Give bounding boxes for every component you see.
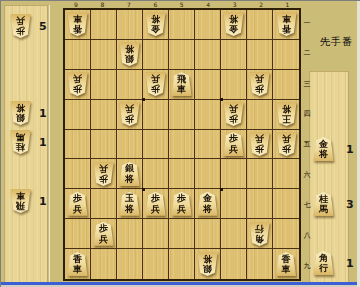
piece-gote[interactable]: 歩 兵 xyxy=(93,162,114,186)
square-8-1[interactable] xyxy=(91,10,117,40)
square-7-8[interactable] xyxy=(117,219,143,249)
piece-gote[interactable]: 香 車 xyxy=(276,12,297,36)
turn-indicator: 先手番 xyxy=(320,35,360,49)
rank-label-8: 八 xyxy=(302,231,312,239)
piece-kanji: 歩 兵 xyxy=(119,102,140,126)
sente-hand-count: 3 xyxy=(346,199,354,211)
square-4-1[interactable] xyxy=(195,10,221,40)
square-1-4[interactable]: 王 将 xyxy=(273,100,299,130)
piece-gote[interactable]: 歩 兵 xyxy=(223,102,244,126)
square-1-2[interactable] xyxy=(273,40,299,70)
square-2-7[interactable] xyxy=(247,189,273,219)
square-4-4[interactable] xyxy=(195,100,221,130)
square-6-3[interactable]: 歩 兵 xyxy=(143,70,169,100)
square-3-6[interactable] xyxy=(221,159,247,189)
file-label-1: 1 xyxy=(275,1,301,8)
square-6-4[interactable] xyxy=(143,100,169,130)
piece-kanji: 歩 兵 xyxy=(67,72,88,96)
file-label-3: 3 xyxy=(222,1,248,8)
square-2-1[interactable] xyxy=(247,10,273,40)
piece-kanji: 香 車 xyxy=(67,12,88,36)
square-1-5[interactable]: 歩 兵 xyxy=(273,130,299,160)
square-8-4[interactable] xyxy=(91,100,117,130)
star-point xyxy=(220,98,223,101)
square-5-8[interactable] xyxy=(169,219,195,249)
square-6-5[interactable] xyxy=(143,130,169,160)
rank-label-5: 五 xyxy=(302,140,312,148)
square-8-3[interactable] xyxy=(91,70,117,100)
square-5-7[interactable]: 歩 兵 xyxy=(169,189,195,219)
gote-hand-count: 1 xyxy=(39,137,47,149)
square-8-8[interactable]: 歩 兵 xyxy=(91,219,117,249)
piece-kanji: 歩 兵 xyxy=(10,14,31,38)
piece-sente[interactable]: 金 将 xyxy=(313,137,334,161)
file-label-4: 4 xyxy=(195,1,221,8)
square-3-3[interactable] xyxy=(221,70,247,100)
piece-kanji: 歩 兵 xyxy=(223,132,244,156)
square-8-6[interactable]: 歩 兵 xyxy=(91,159,117,189)
piece-kanji: 香 車 xyxy=(67,252,88,276)
file-label-2: 2 xyxy=(248,1,274,8)
square-6-7[interactable]: 歩 兵 xyxy=(143,189,169,219)
square-5-2[interactable] xyxy=(169,40,195,70)
square-9-1[interactable]: 香 車 xyxy=(65,10,91,40)
square-7-3[interactable] xyxy=(117,70,143,100)
piece-kanji: 銀 将 xyxy=(119,162,140,186)
square-3-4[interactable]: 歩 兵 xyxy=(221,100,247,130)
piece-kanji: 金 将 xyxy=(145,12,166,36)
square-1-1[interactable]: 香 車 xyxy=(273,10,299,40)
piece-gote[interactable]: 銀 将 xyxy=(10,101,31,125)
gote-hand-count: 5 xyxy=(39,21,47,33)
square-4-6[interactable] xyxy=(195,159,221,189)
square-7-2[interactable]: 銀 将 xyxy=(117,40,143,70)
piece-gote[interactable]: 桂 馬 xyxy=(10,130,31,154)
square-3-5[interactable]: 歩 兵 xyxy=(221,130,247,160)
piece-kanji: 桂 馬 xyxy=(313,192,334,216)
piece-kanji: 銀 将 xyxy=(197,252,218,276)
square-9-6[interactable] xyxy=(65,159,91,189)
piece-gote[interactable]: 角 行 xyxy=(249,222,270,246)
square-4-8[interactable] xyxy=(195,219,221,249)
rank-label-7: 七 xyxy=(302,201,312,209)
piece-kanji: 歩 兵 xyxy=(145,192,166,216)
square-5-6[interactable] xyxy=(169,159,195,189)
file-label-5: 5 xyxy=(169,1,195,8)
piece-kanji: 歩 兵 xyxy=(249,132,270,156)
square-3-9[interactable] xyxy=(221,249,247,279)
piece-gote[interactable]: 歩 兵 xyxy=(119,102,140,126)
square-9-8[interactable] xyxy=(65,219,91,249)
piece-kanji: 歩 兵 xyxy=(276,132,297,156)
gote-hand-piece[interactable]: 銀 将 xyxy=(10,101,31,125)
gote-hand-piece[interactable]: 桂 馬 xyxy=(10,130,31,154)
piece-kanji: 歩 兵 xyxy=(171,192,192,216)
square-1-6[interactable] xyxy=(273,159,299,189)
piece-gote[interactable]: 金 将 xyxy=(223,12,244,36)
square-9-3[interactable]: 歩 兵 xyxy=(65,70,91,100)
square-4-2[interactable] xyxy=(195,40,221,70)
gote-hand-piece[interactable]: 歩 兵 xyxy=(10,14,31,38)
square-5-9[interactable] xyxy=(169,249,195,279)
piece-gote[interactable]: 王 将 xyxy=(276,102,297,126)
sente-hand-piece[interactable]: 金 将 xyxy=(313,137,334,161)
square-6-1[interactable]: 金 将 xyxy=(143,10,169,40)
rank-label-2: 二 xyxy=(302,49,312,57)
piece-sente[interactable]: 歩 兵 xyxy=(93,222,114,246)
piece-gote[interactable]: 歩 兵 xyxy=(67,72,88,96)
piece-kanji: 飛 車 xyxy=(10,189,31,213)
square-9-4[interactable] xyxy=(65,100,91,130)
square-9-5[interactable] xyxy=(65,130,91,160)
square-9-9[interactable]: 香 車 xyxy=(65,249,91,279)
piece-kanji: 桂 馬 xyxy=(10,130,31,154)
file-label-6: 6 xyxy=(142,1,168,8)
piece-gote[interactable]: 歩 兵 xyxy=(145,72,166,96)
piece-sente[interactable]: 飛 車 xyxy=(171,72,192,96)
square-8-2[interactable] xyxy=(91,40,117,70)
piece-kanji: 銀 将 xyxy=(119,42,140,66)
square-6-2[interactable] xyxy=(143,40,169,70)
gote-hand-piece[interactable]: 飛 車 xyxy=(10,189,31,213)
square-1-7[interactable] xyxy=(273,189,299,219)
square-5-5[interactable] xyxy=(169,130,195,160)
piece-gote[interactable]: 香 車 xyxy=(67,12,88,36)
piece-kanji: 歩 兵 xyxy=(93,222,114,246)
piece-gote[interactable]: 歩 兵 xyxy=(249,72,270,96)
square-5-1[interactable] xyxy=(169,10,195,40)
piece-sente[interactable]: 歩 兵 xyxy=(145,192,166,216)
square-6-9[interactable] xyxy=(143,249,169,279)
piece-kanji: 金 将 xyxy=(223,12,244,36)
square-5-4[interactable] xyxy=(169,100,195,130)
square-2-4[interactable] xyxy=(247,100,273,130)
piece-gote[interactable]: 飛 車 xyxy=(10,189,31,213)
square-7-4[interactable]: 歩 兵 xyxy=(117,100,143,130)
square-2-3[interactable]: 歩 兵 xyxy=(247,70,273,100)
piece-kanji: 歩 兵 xyxy=(249,72,270,96)
square-7-7[interactable]: 玉 将 xyxy=(117,189,143,219)
gote-hand-count: 1 xyxy=(39,196,47,208)
sente-hand-count: 1 xyxy=(346,258,354,270)
square-3-2[interactable] xyxy=(221,40,247,70)
square-3-8[interactable] xyxy=(221,219,247,249)
square-4-9[interactable]: 銀 将 xyxy=(195,249,221,279)
piece-kanji: 歩 兵 xyxy=(145,72,166,96)
piece-kanji: 金 将 xyxy=(313,137,334,161)
square-6-6[interactable] xyxy=(143,159,169,189)
piece-kanji: 玉 将 xyxy=(119,192,140,216)
square-7-9[interactable] xyxy=(117,249,143,279)
square-5-3[interactable]: 飛 車 xyxy=(169,70,195,100)
sente-hand-piece[interactable]: 角 行 xyxy=(313,251,334,275)
piece-gote[interactable]: 銀 将 xyxy=(119,42,140,66)
rank-label-4: 四 xyxy=(302,110,312,118)
sente-hand-piece[interactable]: 桂 馬 xyxy=(313,192,334,216)
piece-kanji: 香 車 xyxy=(276,12,297,36)
square-2-2[interactable] xyxy=(247,40,273,70)
square-2-8[interactable]: 角 行 xyxy=(247,219,273,249)
piece-sente[interactable]: 銀 将 xyxy=(119,162,140,186)
square-6-8[interactable] xyxy=(143,219,169,249)
piece-sente[interactable]: 香 車 xyxy=(276,252,297,276)
square-9-2[interactable] xyxy=(65,40,91,70)
star-point xyxy=(142,188,145,191)
square-2-5[interactable]: 歩 兵 xyxy=(247,130,273,160)
square-3-1[interactable]: 金 将 xyxy=(221,10,247,40)
piece-kanji: 銀 将 xyxy=(10,101,31,125)
shogi-app-window: 香 車金 将金 将香 車銀 将歩 兵歩 兵飛 車歩 兵歩 兵歩 兵王 将歩 兵歩… xyxy=(0,0,360,287)
square-3-7[interactable] xyxy=(221,189,247,219)
piece-sente[interactable]: 桂 馬 xyxy=(313,192,334,216)
file-label-8: 8 xyxy=(89,1,115,8)
square-1-9[interactable]: 香 車 xyxy=(273,249,299,279)
piece-gote[interactable]: 歩 兵 xyxy=(249,132,270,156)
square-7-6[interactable]: 銀 将 xyxy=(117,159,143,189)
square-1-8[interactable] xyxy=(273,219,299,249)
piece-sente[interactable]: 香 車 xyxy=(67,252,88,276)
piece-gote[interactable]: 金 将 xyxy=(145,12,166,36)
rank-label-1: 一 xyxy=(302,19,312,27)
piece-kanji: 角 行 xyxy=(249,222,270,246)
piece-kanji: 飛 車 xyxy=(171,72,192,96)
square-8-7[interactable] xyxy=(91,189,117,219)
piece-kanji: 王 将 xyxy=(276,102,297,126)
star-point xyxy=(142,98,145,101)
file-label-9: 9 xyxy=(63,1,89,8)
piece-kanji: 歩 兵 xyxy=(67,192,88,216)
square-2-9[interactable] xyxy=(247,249,273,279)
piece-kanji: 香 車 xyxy=(276,252,297,276)
piece-sente[interactable]: 歩 兵 xyxy=(171,192,192,216)
square-7-1[interactable] xyxy=(117,10,143,40)
piece-sente[interactable]: 歩 兵 xyxy=(223,132,244,156)
piece-kanji: 歩 兵 xyxy=(223,102,244,126)
square-7-5[interactable] xyxy=(117,130,143,160)
panel-divider xyxy=(49,5,50,283)
square-9-7[interactable]: 歩 兵 xyxy=(65,189,91,219)
sente-hand-count: 1 xyxy=(346,144,354,156)
rank-label-6: 六 xyxy=(302,171,312,179)
piece-gote[interactable]: 歩 兵 xyxy=(10,14,31,38)
square-1-3[interactable] xyxy=(273,70,299,100)
piece-sente[interactable]: 金 将 xyxy=(197,192,218,216)
gote-hand-count: 1 xyxy=(39,108,47,120)
piece-gote[interactable]: 銀 将 xyxy=(197,252,218,276)
star-point xyxy=(220,188,223,191)
square-8-9[interactable] xyxy=(91,249,117,279)
square-4-3[interactable] xyxy=(195,70,221,100)
square-4-5[interactable] xyxy=(195,130,221,160)
file-label-7: 7 xyxy=(116,1,142,8)
rank-label-9: 九 xyxy=(302,262,312,270)
piece-sente[interactable]: 歩 兵 xyxy=(67,192,88,216)
piece-kanji: 角 行 xyxy=(313,251,334,275)
rank-label-3: 三 xyxy=(302,80,312,88)
piece-kanji: 金 将 xyxy=(197,192,218,216)
piece-gote[interactable]: 歩 兵 xyxy=(276,132,297,156)
piece-sente[interactable]: 角 行 xyxy=(313,251,334,275)
square-4-7[interactable]: 金 将 xyxy=(195,189,221,219)
square-8-5[interactable] xyxy=(91,130,117,160)
piece-kanji: 歩 兵 xyxy=(93,162,114,186)
square-2-6[interactable] xyxy=(247,159,273,189)
piece-sente[interactable]: 玉 将 xyxy=(119,192,140,216)
shogi-board[interactable]: 香 車金 将金 将香 車銀 将歩 兵歩 兵飛 車歩 兵歩 兵歩 兵王 将歩 兵歩… xyxy=(63,8,301,281)
